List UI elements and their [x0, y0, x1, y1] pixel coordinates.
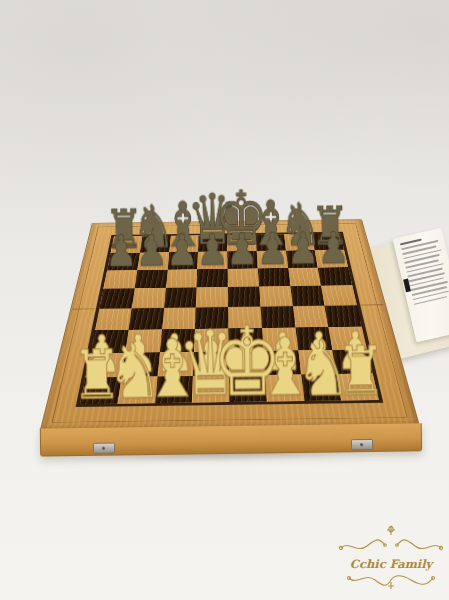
square-a8: ♜	[111, 236, 143, 253]
square-h3	[328, 326, 367, 349]
square-h1: ♜	[337, 374, 379, 401]
box-front-edge	[40, 423, 422, 456]
square-d1: ♛	[192, 376, 229, 403]
chess-set-photo: ♜♞♝♛♚♝♞♜♟♟♟♟♟♟♟♟♟♟♟♟♟♟♟♟♜♞♝♛♚♝♞♜ Cchic F…	[0, 0, 449, 600]
square-a4	[95, 308, 131, 330]
board-area: ♜♞♝♛♚♝♞♜♟♟♟♟♟♟♟♟♟♟♟♟♟♟♟♟♜♞♝♛♚♝♞♜	[0, 0, 449, 600]
square-e5	[228, 287, 260, 307]
square-f1: ♝	[265, 375, 304, 402]
square-d4	[195, 307, 228, 329]
square-h7: ♟	[315, 250, 348, 268]
square-c5	[164, 288, 197, 308]
square-b3	[125, 329, 162, 352]
square-b4	[128, 308, 163, 330]
square-f4	[260, 306, 295, 328]
watermark-text: Cchic Family	[350, 557, 435, 571]
square-a3	[90, 330, 128, 353]
square-e8: ♚	[227, 235, 256, 252]
square-h5	[321, 285, 357, 305]
square-c6	[166, 269, 198, 288]
square-c4	[162, 307, 196, 329]
square-e1: ♚	[229, 375, 267, 402]
square-g6	[288, 267, 321, 286]
square-h8: ♜	[312, 233, 344, 250]
square-a7: ♟	[107, 253, 140, 271]
square-e7: ♟	[227, 251, 257, 269]
square-g5	[290, 286, 325, 306]
square-b5	[132, 288, 166, 308]
square-b8: ♞	[140, 236, 171, 253]
square-f8: ♝	[255, 234, 285, 251]
square-h4	[325, 305, 362, 327]
piece-black-r-h8: ♜	[310, 200, 350, 254]
square-g7: ♟	[286, 250, 318, 268]
square-g3	[295, 327, 332, 350]
square-b6	[134, 270, 167, 289]
square-f2: ♟	[263, 350, 301, 375]
square-a2: ♟	[85, 352, 125, 377]
square-c8: ♝	[169, 235, 199, 252]
square-c3	[160, 329, 195, 352]
square-h6	[318, 267, 352, 286]
square-c2: ♟	[157, 352, 194, 377]
square-g1: ♞	[301, 374, 342, 401]
square-c1: ♝	[155, 376, 193, 403]
square-g4	[292, 306, 328, 328]
square-d3	[194, 328, 229, 351]
box-latch-right	[351, 439, 373, 450]
square-d2: ♟	[193, 351, 229, 376]
square-b1: ♞	[117, 377, 157, 404]
square-e4	[228, 307, 262, 329]
square-d5	[196, 287, 228, 307]
square-f3	[262, 327, 298, 350]
square-g8: ♞	[284, 234, 315, 251]
square-a1: ♜	[80, 377, 121, 404]
square-d8: ♛	[198, 235, 227, 252]
square-h2: ♟	[332, 349, 372, 374]
square-g2: ♟	[298, 350, 337, 375]
square-e2: ♟	[229, 351, 265, 376]
square-e3	[228, 328, 263, 351]
square-c7: ♟	[167, 252, 198, 270]
square-d7: ♟	[197, 251, 227, 269]
square-f6	[258, 268, 290, 287]
square-b2: ♟	[121, 352, 159, 377]
piece-black-r-a8: ♜	[104, 203, 144, 257]
board-grid: ♜♞♝♛♚♝♞♜♟♟♟♟♟♟♟♟♟♟♟♟♟♟♟♟♜♞♝♛♚♝♞♜	[76, 232, 384, 407]
square-f5	[259, 286, 293, 306]
square-f7: ♟	[256, 250, 287, 268]
box-latch-left	[93, 443, 115, 454]
square-a5	[99, 289, 134, 309]
seller-watermark: Cchic Family	[335, 522, 447, 594]
square-b7: ♟	[137, 252, 169, 270]
square-e6	[228, 268, 259, 287]
watermark-fleuron-icon	[387, 526, 395, 535]
board-box: ♜♞♝♛♚♝♞♜♟♟♟♟♟♟♟♟♟♟♟♟♟♟♟♟♜♞♝♛♚♝♞♜	[40, 219, 420, 430]
square-d6	[197, 269, 228, 288]
square-a6	[103, 270, 137, 289]
